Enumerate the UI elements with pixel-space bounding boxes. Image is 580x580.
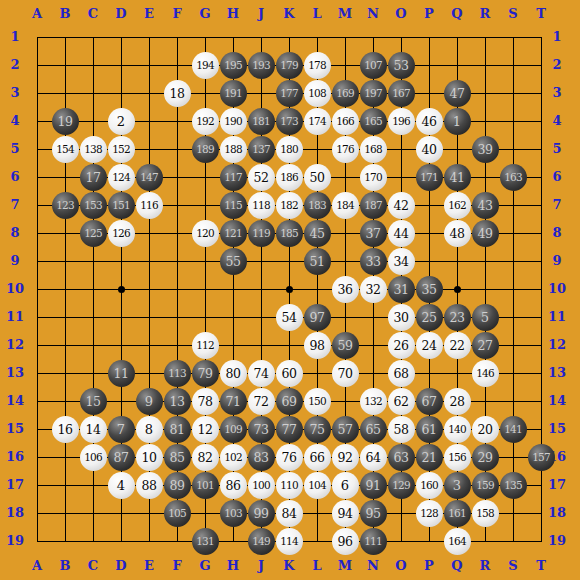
stone-move-number: 160 [420, 479, 438, 491]
column-label-bottom: T [527, 559, 555, 573]
stone-P11: 25 [416, 304, 443, 331]
stone-move-number: 62 [394, 394, 409, 409]
stone-K16: 76 [276, 444, 303, 471]
stone-G17: 101 [192, 472, 219, 499]
row-label-left: 2 [2, 58, 28, 72]
stone-move-number: 171 [420, 171, 438, 183]
stone-move-number: 73 [254, 422, 269, 437]
stone-move-number: 85 [170, 450, 185, 465]
stone-J16: 83 [248, 444, 275, 471]
go-board: AA11BB22CC33DD44EE55FF66GG77HH88JJ99KK10… [0, 0, 580, 580]
stone-T16: 157 [528, 444, 555, 471]
stone-H18: 103 [220, 500, 247, 527]
stone-P18: 128 [416, 500, 443, 527]
stone-move-number: 14 [86, 422, 101, 437]
stone-C14: 15 [80, 388, 107, 415]
stone-J19: 149 [248, 528, 275, 555]
stone-O12: 26 [388, 332, 415, 359]
stone-move-number: 125 [84, 227, 102, 239]
stone-move-number: 28 [450, 394, 465, 409]
stone-move-number: 124 [112, 171, 130, 183]
stone-E16: 10 [136, 444, 163, 471]
row-label-right: 13 [544, 366, 570, 380]
stone-O9: 34 [388, 248, 415, 275]
stone-H9: 55 [220, 248, 247, 275]
stone-J5: 137 [248, 136, 275, 163]
stone-move-number: 156 [448, 451, 466, 463]
stone-O17: 129 [388, 472, 415, 499]
row-label-left: 1 [2, 30, 28, 44]
row-label-right: 9 [544, 254, 570, 268]
stone-C16: 106 [80, 444, 107, 471]
star-point [118, 286, 125, 293]
stone-move-number: 169 [336, 87, 354, 99]
column-label-bottom: N [359, 559, 387, 573]
stone-move-number: 8 [145, 422, 153, 437]
star-point [454, 286, 461, 293]
stone-N19: 111 [360, 528, 387, 555]
stone-R5: 39 [472, 136, 499, 163]
stone-move-number: 126 [112, 227, 130, 239]
stone-move-number: 20 [478, 422, 493, 437]
stone-S17: 135 [500, 472, 527, 499]
row-label-left: 15 [2, 422, 28, 436]
column-label-top: G [191, 7, 219, 21]
stone-L15: 75 [304, 416, 331, 443]
stone-O16: 63 [388, 444, 415, 471]
stone-M17: 6 [332, 472, 359, 499]
stone-E14: 9 [136, 388, 163, 415]
stone-move-number: 66 [310, 450, 325, 465]
grid-line-vertical [513, 37, 514, 542]
column-label-top: M [331, 7, 359, 21]
stone-move-number: 82 [198, 450, 213, 465]
stone-move-number: 76 [282, 450, 297, 465]
stone-K14: 69 [276, 388, 303, 415]
stone-G16: 82 [192, 444, 219, 471]
stone-move-number: 35 [422, 282, 437, 297]
column-label-bottom: G [191, 559, 219, 573]
stone-move-number: 7 [117, 422, 125, 437]
stone-H6: 117 [220, 164, 247, 191]
stone-move-number: 60 [282, 366, 297, 381]
column-label-top: H [219, 7, 247, 21]
stone-move-number: 44 [394, 226, 409, 241]
stone-F16: 85 [164, 444, 191, 471]
column-label-top: B [51, 7, 79, 21]
stone-move-number: 119 [252, 227, 270, 239]
stone-move-number: 190 [224, 115, 242, 127]
stone-P10: 35 [416, 276, 443, 303]
row-label-right: 2 [544, 58, 570, 72]
stone-N18: 95 [360, 500, 387, 527]
column-label-top: P [415, 7, 443, 21]
row-label-left: 12 [2, 338, 28, 352]
stone-O4: 196 [388, 108, 415, 135]
stone-move-number: 191 [224, 87, 242, 99]
stone-move-number: 58 [394, 422, 409, 437]
stone-N14: 132 [360, 388, 387, 415]
stone-L4: 174 [304, 108, 331, 135]
stone-Q19: 164 [444, 528, 471, 555]
stone-move-number: 24 [422, 338, 437, 353]
stone-Q17: 3 [444, 472, 471, 499]
stone-move-number: 79 [198, 366, 213, 381]
column-label-top: S [499, 7, 527, 21]
stone-B15: 16 [52, 416, 79, 443]
column-label-bottom: A [23, 559, 51, 573]
stone-L17: 104 [304, 472, 331, 499]
stone-move-number: 150 [308, 395, 326, 407]
stone-M19: 96 [332, 528, 359, 555]
row-label-left: 3 [2, 86, 28, 100]
stone-move-number: 86 [226, 478, 241, 493]
stone-move-number: 92 [338, 450, 353, 465]
stone-F3: 18 [164, 80, 191, 107]
stone-P6: 171 [416, 164, 443, 191]
row-label-right: 6 [544, 170, 570, 184]
stone-move-number: 67 [422, 394, 437, 409]
row-label-right: 19 [544, 534, 570, 548]
stone-move-number: 72 [254, 394, 269, 409]
stone-K8: 185 [276, 220, 303, 247]
stone-J2: 193 [248, 52, 275, 79]
stone-N7: 187 [360, 192, 387, 219]
stone-move-number: 177 [280, 87, 298, 99]
stone-C8: 125 [80, 220, 107, 247]
row-label-right: 1 [544, 30, 570, 44]
stone-move-number: 182 [280, 199, 298, 211]
stone-move-number: 121 [224, 227, 242, 239]
stone-N2: 107 [360, 52, 387, 79]
column-label-bottom: Q [443, 559, 471, 573]
stone-J4: 181 [248, 108, 275, 135]
stone-L3: 108 [304, 80, 331, 107]
stone-G2: 194 [192, 52, 219, 79]
stone-N3: 197 [360, 80, 387, 107]
stone-B5: 154 [52, 136, 79, 163]
column-label-top: L [303, 7, 331, 21]
stone-D7: 151 [108, 192, 135, 219]
stone-move-number: 138 [84, 143, 102, 155]
stone-move-number: 2 [117, 114, 125, 129]
stone-move-number: 22 [450, 338, 465, 353]
stone-move-number: 1 [453, 114, 461, 129]
stone-D17: 4 [108, 472, 135, 499]
stone-Q18: 161 [444, 500, 471, 527]
stone-H13: 80 [220, 360, 247, 387]
stone-move-number: 68 [394, 366, 409, 381]
stone-K13: 60 [276, 360, 303, 387]
column-label-top: N [359, 7, 387, 21]
stone-Q14: 28 [444, 388, 471, 415]
stone-P14: 67 [416, 388, 443, 415]
column-label-bottom: B [51, 559, 79, 573]
stone-R11: 5 [472, 304, 499, 331]
stone-F13: 113 [164, 360, 191, 387]
stone-move-number: 159 [476, 479, 494, 491]
stone-D13: 11 [108, 360, 135, 387]
stone-move-number: 147 [140, 171, 158, 183]
stone-C7: 153 [80, 192, 107, 219]
stone-D4: 2 [108, 108, 135, 135]
row-label-right: 10 [544, 282, 570, 296]
stone-M5: 176 [332, 136, 359, 163]
stone-move-number: 43 [478, 198, 493, 213]
column-label-bottom: H [219, 559, 247, 573]
stone-Q15: 140 [444, 416, 471, 443]
stone-move-number: 166 [336, 115, 354, 127]
stone-move-number: 16 [58, 422, 73, 437]
column-label-top: E [135, 7, 163, 21]
column-label-bottom: P [415, 559, 443, 573]
stone-Q12: 22 [444, 332, 471, 359]
stone-move-number: 87 [114, 450, 129, 465]
stone-O10: 31 [388, 276, 415, 303]
stone-F14: 13 [164, 388, 191, 415]
stone-move-number: 5 [481, 310, 489, 325]
row-label-right: 18 [544, 506, 570, 520]
stone-move-number: 112 [196, 339, 214, 351]
stone-move-number: 176 [336, 143, 354, 155]
stone-move-number: 4 [117, 478, 125, 493]
stone-L12: 98 [304, 332, 331, 359]
stone-N5: 168 [360, 136, 387, 163]
stone-move-number: 41 [450, 170, 465, 185]
stone-K11: 54 [276, 304, 303, 331]
stone-move-number: 193 [252, 59, 270, 71]
stone-move-number: 105 [168, 507, 186, 519]
stone-move-number: 88 [142, 478, 157, 493]
stone-move-number: 170 [364, 171, 382, 183]
stone-O8: 44 [388, 220, 415, 247]
stone-H14: 71 [220, 388, 247, 415]
stone-move-number: 131 [196, 535, 214, 547]
stone-move-number: 71 [226, 394, 241, 409]
stone-F15: 81 [164, 416, 191, 443]
column-label-bottom: D [107, 559, 135, 573]
stone-H5: 188 [220, 136, 247, 163]
stone-N17: 91 [360, 472, 387, 499]
stone-L2: 178 [304, 52, 331, 79]
column-label-top: D [107, 7, 135, 21]
stone-Q16: 156 [444, 444, 471, 471]
stone-K7: 182 [276, 192, 303, 219]
row-label-left: 10 [2, 282, 28, 296]
stone-move-number: 132 [364, 395, 382, 407]
stone-L16: 66 [304, 444, 331, 471]
stone-J15: 73 [248, 416, 275, 443]
stone-move-number: 163 [504, 171, 522, 183]
stone-move-number: 184 [336, 199, 354, 211]
stone-move-number: 114 [280, 535, 298, 547]
stone-move-number: 81 [170, 422, 185, 437]
stone-R16: 29 [472, 444, 499, 471]
stone-move-number: 74 [254, 366, 269, 381]
stone-C5: 138 [80, 136, 107, 163]
stone-move-number: 128 [420, 507, 438, 519]
stone-move-number: 123 [56, 199, 74, 211]
column-label-top: A [23, 7, 51, 21]
stone-P15: 61 [416, 416, 443, 443]
stone-R15: 20 [472, 416, 499, 443]
column-label-bottom: J [247, 559, 275, 573]
stone-move-number: 55 [226, 254, 241, 269]
stone-move-number: 59 [338, 338, 353, 353]
row-label-right: 17 [544, 478, 570, 492]
stone-move-number: 42 [394, 198, 409, 213]
stone-move-number: 106 [84, 451, 102, 463]
stone-O7: 42 [388, 192, 415, 219]
stone-move-number: 97 [310, 310, 325, 325]
stone-move-number: 69 [282, 394, 297, 409]
stone-move-number: 152 [112, 143, 130, 155]
stone-N10: 32 [360, 276, 387, 303]
stone-move-number: 15 [86, 394, 101, 409]
stone-move-number: 107 [364, 59, 382, 71]
stone-Q8: 48 [444, 220, 471, 247]
stone-G13: 79 [192, 360, 219, 387]
row-label-left: 11 [2, 310, 28, 324]
column-label-top: K [275, 7, 303, 21]
stone-move-number: 197 [364, 87, 382, 99]
column-label-top: J [247, 7, 275, 21]
stone-move-number: 135 [504, 479, 522, 491]
column-label-top: R [471, 7, 499, 21]
stone-move-number: 61 [422, 422, 437, 437]
stone-J17: 100 [248, 472, 275, 499]
stone-E7: 116 [136, 192, 163, 219]
stone-D5: 152 [108, 136, 135, 163]
stone-move-number: 117 [224, 171, 242, 183]
stone-move-number: 115 [224, 199, 242, 211]
stone-move-number: 18 [170, 86, 185, 101]
stone-L14: 150 [304, 388, 331, 415]
stone-Q7: 162 [444, 192, 471, 219]
stone-M18: 94 [332, 500, 359, 527]
row-label-left: 7 [2, 198, 28, 212]
row-label-left: 9 [2, 254, 28, 268]
stone-move-number: 100 [252, 479, 270, 491]
column-label-bottom: O [387, 559, 415, 573]
stone-J8: 119 [248, 220, 275, 247]
stone-K2: 179 [276, 52, 303, 79]
stone-G19: 131 [192, 528, 219, 555]
stone-move-number: 168 [364, 143, 382, 155]
stone-move-number: 157 [532, 451, 550, 463]
stone-B4: 19 [52, 108, 79, 135]
stone-J7: 118 [248, 192, 275, 219]
stone-move-number: 102 [224, 451, 242, 463]
column-label-bottom: L [303, 559, 331, 573]
stone-move-number: 194 [196, 59, 214, 71]
stone-K15: 77 [276, 416, 303, 443]
stone-move-number: 162 [448, 199, 466, 211]
stone-move-number: 186 [280, 171, 298, 183]
stone-move-number: 141 [504, 423, 522, 435]
stone-C15: 14 [80, 416, 107, 443]
stone-move-number: 63 [394, 450, 409, 465]
stone-move-number: 167 [392, 87, 410, 99]
stone-Q11: 23 [444, 304, 471, 331]
column-label-top: T [527, 7, 555, 21]
stone-move-number: 185 [280, 227, 298, 239]
stone-move-number: 94 [338, 506, 353, 521]
stone-M15: 57 [332, 416, 359, 443]
stone-move-number: 12 [198, 422, 213, 437]
stone-N16: 64 [360, 444, 387, 471]
stone-P17: 160 [416, 472, 443, 499]
column-label-bottom: S [499, 559, 527, 573]
stone-P5: 40 [416, 136, 443, 163]
row-label-left: 17 [2, 478, 28, 492]
stone-J18: 99 [248, 500, 275, 527]
stone-R18: 158 [472, 500, 499, 527]
stone-move-number: 77 [282, 422, 297, 437]
stone-move-number: 111 [364, 535, 382, 547]
stone-K18: 84 [276, 500, 303, 527]
stone-move-number: 17 [86, 170, 101, 185]
stone-move-number: 80 [226, 366, 241, 381]
stone-move-number: 23 [450, 310, 465, 325]
stone-Q3: 47 [444, 80, 471, 107]
stone-R12: 27 [472, 332, 499, 359]
stone-G15: 12 [192, 416, 219, 443]
stone-G5: 189 [192, 136, 219, 163]
column-label-bottom: E [135, 559, 163, 573]
stone-O2: 53 [388, 52, 415, 79]
stone-move-number: 188 [224, 143, 242, 155]
stone-move-number: 180 [280, 143, 298, 155]
stone-move-number: 99 [254, 506, 269, 521]
stone-move-number: 104 [308, 479, 326, 491]
column-label-bottom: R [471, 559, 499, 573]
row-label-right: 3 [544, 86, 570, 100]
stone-G8: 120 [192, 220, 219, 247]
row-label-right: 12 [544, 338, 570, 352]
stone-M13: 70 [332, 360, 359, 387]
stone-move-number: 179 [280, 59, 298, 71]
stone-J6: 52 [248, 164, 275, 191]
column-label-top: O [387, 7, 415, 21]
stone-H16: 102 [220, 444, 247, 471]
row-label-right: 15 [544, 422, 570, 436]
stone-move-number: 49 [478, 226, 493, 241]
stone-move-number: 50 [310, 170, 325, 185]
stone-E15: 8 [136, 416, 163, 443]
stone-move-number: 54 [282, 310, 297, 325]
stone-move-number: 32 [366, 282, 381, 297]
stone-move-number: 161 [448, 507, 466, 519]
stone-G12: 112 [192, 332, 219, 359]
stone-L11: 97 [304, 304, 331, 331]
stone-B7: 123 [52, 192, 79, 219]
row-label-left: 8 [2, 226, 28, 240]
stone-H4: 190 [220, 108, 247, 135]
stone-move-number: 173 [280, 115, 298, 127]
stone-N15: 65 [360, 416, 387, 443]
stone-move-number: 78 [198, 394, 213, 409]
stone-K19: 114 [276, 528, 303, 555]
stone-move-number: 11 [114, 366, 129, 381]
stone-move-number: 118 [252, 199, 270, 211]
stone-move-number: 103 [224, 507, 242, 519]
stone-move-number: 146 [476, 367, 494, 379]
stone-move-number: 64 [366, 450, 381, 465]
stone-move-number: 57 [338, 422, 353, 437]
stone-S6: 163 [500, 164, 527, 191]
stone-move-number: 153 [84, 199, 102, 211]
